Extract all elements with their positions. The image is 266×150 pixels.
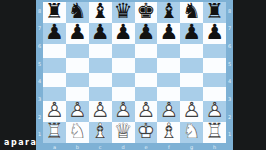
file-label-g: g: [190, 144, 193, 149]
board-squares: ♜♞♝♛♚♝♞♜♟♟♟♟♟♟♟♟♟♙♟♙♟♙♟♙♟♙♟♙♟♙♟♙♜♖♞♘♝♗♛♕…: [43, 2, 226, 143]
square-h4[interactable]: [203, 73, 226, 87]
square-d7[interactable]: ♟: [112, 23, 135, 44]
piece-black-knight[interactable]: ♞: [182, 1, 201, 22]
piece-black-knight[interactable]: ♞: [68, 1, 87, 22]
piece-outline: ♖: [205, 121, 224, 142]
square-e5[interactable]: [135, 58, 158, 72]
square-c1[interactable]: ♝♗: [89, 122, 112, 143]
piece-outline: ♙: [137, 100, 156, 121]
piece-black-pawn[interactable]: ♟: [114, 22, 133, 43]
square-d1[interactable]: ♛♕: [112, 122, 135, 143]
piece-white-pawn[interactable]: ♟♙: [68, 100, 87, 121]
rank-label-right-7: 7: [228, 26, 231, 31]
piece-outline: ♙: [114, 100, 133, 121]
piece-black-pawn[interactable]: ♟: [137, 22, 156, 43]
piece-white-queen[interactable]: ♛♕: [114, 121, 133, 142]
square-a6[interactable]: [43, 44, 66, 58]
rank-label-left-2: 2: [38, 114, 41, 119]
square-b1[interactable]: ♞♘: [66, 122, 89, 143]
square-h6[interactable]: [203, 44, 226, 58]
square-b6[interactable]: [66, 44, 89, 58]
square-b5[interactable]: [66, 58, 89, 72]
square-h7[interactable]: ♟: [203, 23, 226, 44]
square-f5[interactable]: [157, 58, 180, 72]
square-d5[interactable]: [112, 58, 135, 72]
piece-black-pawn[interactable]: ♟: [182, 22, 201, 43]
square-e1[interactable]: ♚♔: [135, 122, 158, 143]
rank-label-left-4: 4: [38, 79, 41, 84]
chess-board: ♜♞♝♛♚♝♞♜♟♟♟♟♟♟♟♟♟♙♟♙♟♙♟♙♟♙♟♙♟♙♟♙♜♖♞♘♝♗♛♕…: [36, 0, 233, 150]
piece-white-pawn[interactable]: ♟♙: [45, 100, 64, 121]
piece-white-pawn[interactable]: ♟♙: [182, 100, 201, 121]
square-h1[interactable]: ♜♖: [203, 122, 226, 143]
watermark: apara: [4, 138, 37, 147]
square-f6[interactable]: [157, 44, 180, 58]
piece-white-king[interactable]: ♚♔: [137, 121, 156, 142]
piece-white-knight[interactable]: ♞♘: [68, 121, 87, 142]
square-g5[interactable]: [180, 58, 203, 72]
piece-outline: ♖: [45, 121, 64, 142]
rank-label-right-1: 1: [228, 132, 231, 137]
piece-outline: ♙: [205, 100, 224, 121]
piece-outline: ♗: [91, 121, 110, 142]
square-b7[interactable]: ♟: [66, 23, 89, 44]
rank-label-left-5: 5: [38, 61, 41, 66]
square-d6[interactable]: [112, 44, 135, 58]
square-e6[interactable]: [135, 44, 158, 58]
piece-outline: ♘: [182, 121, 201, 142]
square-a7[interactable]: ♟: [43, 23, 66, 44]
piece-black-king[interactable]: ♚: [137, 1, 156, 22]
piece-white-knight[interactable]: ♞♘: [182, 121, 201, 142]
piece-white-bishop[interactable]: ♝♗: [159, 121, 178, 142]
piece-outline: ♙: [159, 100, 178, 121]
piece-black-pawn[interactable]: ♟: [159, 22, 178, 43]
piece-white-rook[interactable]: ♜♖: [45, 121, 64, 142]
piece-white-pawn[interactable]: ♟♙: [205, 100, 224, 121]
piece-black-pawn[interactable]: ♟: [45, 22, 64, 43]
square-f1[interactable]: ♝♗: [157, 122, 180, 143]
file-label-e: e: [144, 144, 147, 149]
square-d4[interactable]: [112, 73, 135, 87]
file-label-d: d: [121, 144, 124, 149]
piece-black-rook[interactable]: ♜: [45, 1, 64, 22]
piece-black-bishop[interactable]: ♝: [159, 1, 178, 22]
square-g1[interactable]: ♞♘: [180, 122, 203, 143]
rank-label-right-6: 6: [228, 44, 231, 49]
piece-outline: ♙: [91, 100, 110, 121]
square-e4[interactable]: [135, 73, 158, 87]
piece-outline: ♘: [68, 121, 87, 142]
square-a5[interactable]: [43, 58, 66, 72]
piece-white-pawn[interactable]: ♟♙: [114, 100, 133, 121]
rank-label-right-8: 8: [228, 8, 231, 13]
piece-black-rook[interactable]: ♜: [205, 1, 224, 22]
square-a1[interactable]: ♜♖: [43, 122, 66, 143]
file-label-f: f: [168, 144, 170, 149]
piece-black-pawn[interactable]: ♟: [68, 22, 87, 43]
piece-white-bishop[interactable]: ♝♗: [91, 121, 110, 142]
piece-outline: ♔: [137, 121, 156, 142]
piece-black-bishop[interactable]: ♝: [91, 1, 110, 22]
file-label-c: c: [99, 144, 102, 149]
file-label-b: b: [76, 144, 79, 149]
square-g6[interactable]: [180, 44, 203, 58]
square-g4[interactable]: [180, 73, 203, 87]
rank-label-left-7: 7: [38, 26, 41, 31]
piece-black-pawn[interactable]: ♟: [91, 22, 110, 43]
rank-label-left-8: 8: [38, 8, 41, 13]
square-c6[interactable]: [89, 44, 112, 58]
rank-label-right-3: 3: [228, 96, 231, 101]
piece-outline: ♗: [159, 121, 178, 142]
file-label-a: a: [53, 144, 56, 149]
rank-label-left-1: 1: [38, 132, 41, 137]
piece-outline: ♕: [114, 121, 133, 142]
square-a4[interactable]: [43, 73, 66, 87]
piece-outline: ♙: [182, 100, 201, 121]
piece-white-pawn[interactable]: ♟♙: [91, 100, 110, 121]
piece-black-queen[interactable]: ♛: [114, 1, 133, 22]
rank-label-left-6: 6: [38, 44, 41, 49]
square-g7[interactable]: ♟: [180, 23, 203, 44]
square-f4[interactable]: [157, 73, 180, 87]
square-c7[interactable]: ♟: [89, 23, 112, 44]
rank-label-right-4: 4: [228, 79, 231, 84]
square-c5[interactable]: [89, 58, 112, 72]
rank-label-left-3: 3: [38, 96, 41, 101]
square-c4[interactable]: [89, 73, 112, 87]
square-f7[interactable]: ♟: [157, 23, 180, 44]
video-frame: ♜♞♝♛♚♝♞♜♟♟♟♟♟♟♟♟♟♙♟♙♟♙♟♙♟♙♟♙♟♙♟♙♜♖♞♘♝♗♛♕…: [0, 0, 266, 150]
rank-label-right-5: 5: [228, 61, 231, 66]
piece-white-pawn[interactable]: ♟♙: [159, 100, 178, 121]
rank-label-right-2: 2: [228, 114, 231, 119]
piece-white-rook[interactable]: ♜♖: [205, 121, 224, 142]
piece-black-pawn[interactable]: ♟: [205, 22, 224, 43]
piece-outline: ♙: [45, 100, 64, 121]
square-h5[interactable]: [203, 58, 226, 72]
piece-outline: ♙: [68, 100, 87, 121]
square-e7[interactable]: ♟: [135, 23, 158, 44]
file-label-h: h: [213, 144, 216, 149]
piece-white-pawn[interactable]: ♟♙: [137, 100, 156, 121]
square-b4[interactable]: [66, 73, 89, 87]
